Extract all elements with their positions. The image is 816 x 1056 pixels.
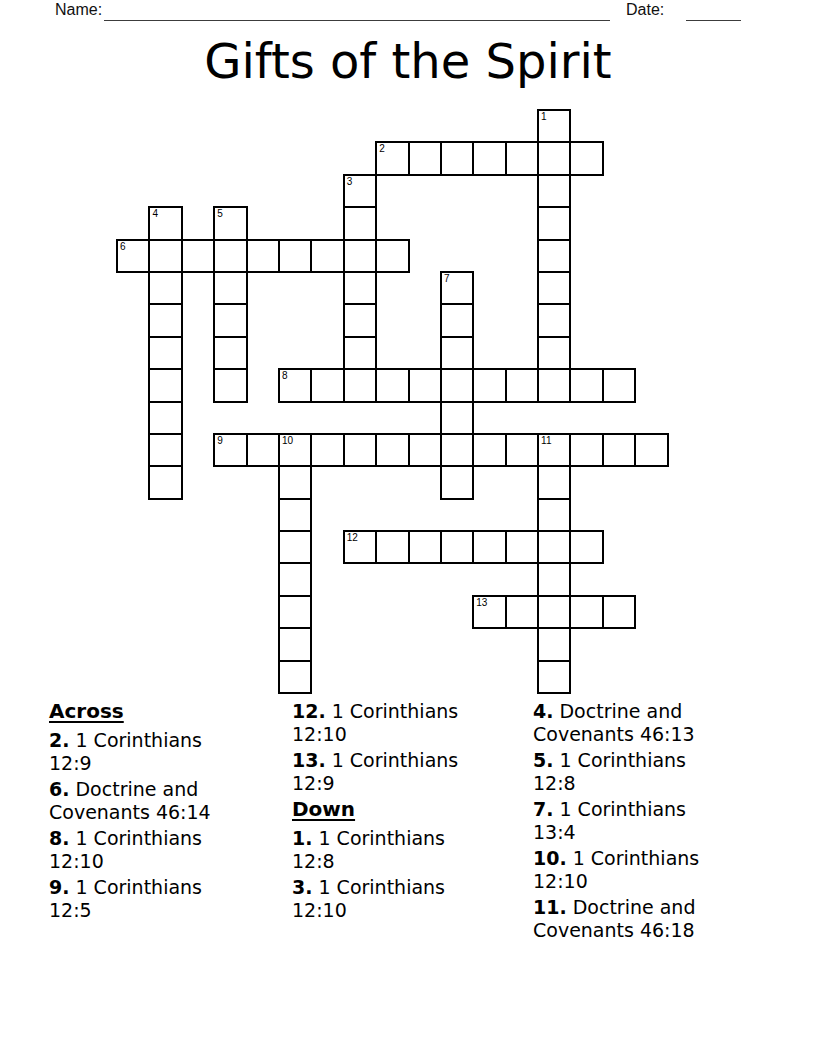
clue-number: 5. bbox=[533, 749, 553, 771]
grid-cell-r8c11[interactable] bbox=[472, 368, 506, 402]
date-label: Date: bbox=[626, 1, 664, 19]
grid-cell-r4c1[interactable] bbox=[148, 239, 182, 273]
grid-cell-r3c3[interactable]: 5 bbox=[213, 206, 247, 240]
grid-cell-r9c1[interactable] bbox=[148, 401, 182, 435]
grid-cell-r8c7[interactable] bbox=[343, 368, 377, 402]
grid-cell-r15c13[interactable] bbox=[537, 595, 571, 629]
grid-cell-r10c8[interactable] bbox=[375, 433, 409, 467]
grid-cell-r4c2[interactable] bbox=[181, 239, 215, 273]
grid-cell-r5c10[interactable]: 7 bbox=[440, 271, 474, 305]
clues-column-down: 4. Doctrine and Covenants 46:135. 1 Cori… bbox=[533, 700, 718, 945]
grid-cell-r3c1[interactable]: 4 bbox=[148, 206, 182, 240]
grid-cell-r13c8[interactable] bbox=[375, 530, 409, 564]
grid-cell-r8c6[interactable] bbox=[310, 368, 344, 402]
grid-cell-r11c13[interactable] bbox=[537, 465, 571, 499]
grid-cell-r15c15[interactable] bbox=[602, 595, 636, 629]
grid-cell-r11c10[interactable] bbox=[440, 465, 474, 499]
puzzle-title: Gifts of the Spirit bbox=[0, 33, 816, 89]
clue-down-11: 11. Doctrine and Covenants 46:18 bbox=[533, 896, 718, 942]
grid-cell-r1c8[interactable]: 2 bbox=[375, 141, 409, 175]
grid-cell-r8c13[interactable] bbox=[537, 368, 571, 402]
grid-cell-r10c9[interactable] bbox=[408, 433, 442, 467]
cell-number-13: 13 bbox=[476, 597, 487, 608]
grid-cell-r1c12[interactable] bbox=[505, 141, 539, 175]
grid-cell-r10c14[interactable] bbox=[569, 433, 603, 467]
grid-cell-r10c11[interactable] bbox=[472, 433, 506, 467]
across-heading: Across bbox=[49, 700, 234, 723]
clues-column-across: Across2. 1 Corinthians 12:96. Doctrine a… bbox=[49, 700, 234, 925]
clue-number: 1. bbox=[292, 827, 312, 849]
grid-cell-r1c13[interactable] bbox=[537, 141, 571, 175]
clue-number: 6. bbox=[49, 778, 69, 800]
grid-cell-r13c10[interactable] bbox=[440, 530, 474, 564]
grid-cell-r4c7[interactable] bbox=[343, 239, 377, 273]
grid-cell-r4c5[interactable] bbox=[278, 239, 312, 273]
grid-cell-r12c5[interactable] bbox=[278, 498, 312, 532]
clues-column-middle: 12. 1 Corinthians 12:1013. 1 Corinthians… bbox=[292, 700, 477, 925]
cell-number-7: 7 bbox=[444, 273, 450, 284]
clue-across-13: 13. 1 Corinthians 12:9 bbox=[292, 749, 477, 795]
grid-cell-r15c14[interactable] bbox=[569, 595, 603, 629]
worksheet-page: Name: Date: Gifts of the Spirit 12345678… bbox=[0, 0, 816, 1056]
grid-cell-r8c1[interactable] bbox=[148, 368, 182, 402]
grid-cell-r10c6[interactable] bbox=[310, 433, 344, 467]
grid-cell-r8c5[interactable]: 8 bbox=[278, 368, 312, 402]
name-input-line[interactable] bbox=[104, 2, 610, 21]
clue-down-5: 5. 1 Corinthians 12:8 bbox=[533, 749, 718, 795]
grid-cell-r4c8[interactable] bbox=[375, 239, 409, 273]
grid-cell-r10c7[interactable] bbox=[343, 433, 377, 467]
grid-cell-r11c5[interactable] bbox=[278, 465, 312, 499]
clue-number: 8. bbox=[49, 827, 69, 849]
grid-cell-r10c1[interactable] bbox=[148, 433, 182, 467]
clue-down-1: 1. 1 Corinthians 12:8 bbox=[292, 827, 477, 873]
clue-down-3: 3. 1 Corinthians 12:10 bbox=[292, 876, 477, 922]
grid-cell-r15c11[interactable]: 13 bbox=[472, 595, 506, 629]
grid-cell-r3c13[interactable] bbox=[537, 206, 571, 240]
cell-number-1: 1 bbox=[541, 111, 547, 122]
grid-cell-r4c6[interactable] bbox=[310, 239, 344, 273]
grid-cell-r7c3[interactable] bbox=[213, 336, 247, 370]
grid-cell-r6c10[interactable] bbox=[440, 303, 474, 337]
clue-across-12: 12. 1 Corinthians 12:10 bbox=[292, 700, 477, 746]
grid-cell-r5c13[interactable] bbox=[537, 271, 571, 305]
grid-cell-r15c12[interactable] bbox=[505, 595, 539, 629]
grid-cell-r2c7[interactable]: 3 bbox=[343, 174, 377, 208]
grid-cell-r7c1[interactable] bbox=[148, 336, 182, 370]
grid-cell-r4c13[interactable] bbox=[537, 239, 571, 273]
grid-cell-r4c0[interactable]: 6 bbox=[116, 239, 150, 273]
grid-cell-r13c5[interactable] bbox=[278, 530, 312, 564]
grid-cell-r4c4[interactable] bbox=[246, 239, 280, 273]
grid-cell-r6c13[interactable] bbox=[537, 303, 571, 337]
clue-number: 13. bbox=[292, 749, 326, 771]
grid-cell-r13c7[interactable]: 12 bbox=[343, 530, 377, 564]
cell-number-4: 4 bbox=[152, 208, 158, 219]
grid-cell-r10c10[interactable] bbox=[440, 433, 474, 467]
grid-cell-r8c12[interactable] bbox=[505, 368, 539, 402]
grid-cell-r13c11[interactable] bbox=[472, 530, 506, 564]
cell-number-10: 10 bbox=[282, 435, 293, 446]
name-label: Name: bbox=[55, 1, 102, 19]
grid-cell-r9c10[interactable] bbox=[440, 401, 474, 435]
grid-cell-r10c12[interactable] bbox=[505, 433, 539, 467]
grid-cell-r8c3[interactable] bbox=[213, 368, 247, 402]
grid-cell-r8c14[interactable] bbox=[569, 368, 603, 402]
grid-cell-r15c5[interactable] bbox=[278, 595, 312, 629]
cell-number-11: 11 bbox=[541, 435, 551, 446]
grid-cell-r8c10[interactable] bbox=[440, 368, 474, 402]
grid-cell-r7c7[interactable] bbox=[343, 336, 377, 370]
grid-cell-r13c14[interactable] bbox=[569, 530, 603, 564]
clue-number: 9. bbox=[49, 876, 69, 898]
grid-cell-r6c3[interactable] bbox=[213, 303, 247, 337]
grid-cell-r6c1[interactable] bbox=[148, 303, 182, 337]
clue-number: 12. bbox=[292, 700, 326, 722]
clue-number: 2. bbox=[49, 729, 69, 751]
clue-across-2: 2. 1 Corinthians 12:9 bbox=[49, 729, 234, 775]
grid-cell-r10c5[interactable]: 10 bbox=[278, 433, 312, 467]
cell-number-5: 5 bbox=[217, 208, 223, 219]
grid-cell-r1c9[interactable] bbox=[408, 141, 442, 175]
date-input-line[interactable] bbox=[686, 2, 741, 21]
grid-cell-r8c9[interactable] bbox=[408, 368, 442, 402]
grid-cell-r3c7[interactable] bbox=[343, 206, 377, 240]
down-heading: Down bbox=[292, 798, 477, 821]
grid-cell-r7c10[interactable] bbox=[440, 336, 474, 370]
grid-cell-r10c13[interactable]: 11 bbox=[537, 433, 571, 467]
grid-cell-r16c5[interactable] bbox=[278, 627, 312, 661]
clue-across-6: 6. Doctrine and Covenants 46:14 bbox=[49, 778, 234, 824]
clue-across-9: 9. 1 Corinthians 12:5 bbox=[49, 876, 234, 922]
cell-number-3: 3 bbox=[347, 176, 353, 187]
clue-number: 7. bbox=[533, 798, 553, 820]
grid-cell-r13c12[interactable] bbox=[505, 530, 539, 564]
clue-number: 10. bbox=[533, 847, 567, 869]
crossword-grid: 12345678910111213 bbox=[117, 110, 668, 693]
grid-cell-r14c5[interactable] bbox=[278, 562, 312, 596]
grid-cell-r4c3[interactable] bbox=[213, 239, 247, 273]
clue-down-10: 10. 1 Corinthians 12:10 bbox=[533, 847, 718, 893]
grid-cell-r1c10[interactable] bbox=[440, 141, 474, 175]
grid-cell-r14c13[interactable] bbox=[537, 562, 571, 596]
grid-cell-r5c1[interactable] bbox=[148, 271, 182, 305]
grid-cell-r10c4[interactable] bbox=[246, 433, 280, 467]
grid-cell-r1c11[interactable] bbox=[472, 141, 506, 175]
grid-cell-r1c14[interactable] bbox=[569, 141, 603, 175]
grid-cell-r8c8[interactable] bbox=[375, 368, 409, 402]
grid-cell-r16c13[interactable] bbox=[537, 627, 571, 661]
grid-cell-r17c5[interactable] bbox=[278, 660, 312, 694]
grid-cell-r5c7[interactable] bbox=[343, 271, 377, 305]
cell-number-12: 12 bbox=[347, 532, 358, 543]
grid-cell-r11c1[interactable] bbox=[148, 465, 182, 499]
grid-cell-r5c3[interactable] bbox=[213, 271, 247, 305]
grid-cell-r0c13[interactable]: 1 bbox=[537, 109, 571, 143]
grid-cell-r6c7[interactable] bbox=[343, 303, 377, 337]
clue-down-4: 4. Doctrine and Covenants 46:13 bbox=[533, 700, 718, 746]
grid-cell-r8c15[interactable] bbox=[602, 368, 636, 402]
grid-cell-r12c13[interactable] bbox=[537, 498, 571, 532]
clue-number: 4. bbox=[533, 700, 553, 722]
clue-number: 3. bbox=[292, 876, 312, 898]
grid-cell-r10c15[interactable] bbox=[602, 433, 636, 467]
cell-number-6: 6 bbox=[120, 241, 126, 252]
cell-number-2: 2 bbox=[379, 143, 385, 154]
grid-cell-r10c16[interactable] bbox=[634, 433, 668, 467]
clue-down-7: 7. 1 Corinthians 13:4 bbox=[533, 798, 718, 844]
grid-cell-r13c13[interactable] bbox=[537, 530, 571, 564]
cell-number-8: 8 bbox=[282, 370, 288, 381]
grid-cell-r13c9[interactable] bbox=[408, 530, 442, 564]
clue-number: 11. bbox=[533, 896, 567, 918]
grid-cell-r10c3[interactable]: 9 bbox=[213, 433, 247, 467]
grid-cell-r17c13[interactable] bbox=[537, 660, 571, 694]
clue-across-8: 8. 1 Corinthians 12:10 bbox=[49, 827, 234, 873]
grid-cell-r2c13[interactable] bbox=[537, 174, 571, 208]
cell-number-9: 9 bbox=[217, 435, 223, 446]
grid-cell-r7c13[interactable] bbox=[537, 336, 571, 370]
